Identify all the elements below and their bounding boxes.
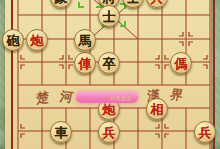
river-character: 楚 (36, 88, 50, 108)
piece-red-兵[interactable]: 兵 (194, 121, 216, 143)
river-character: 界 (168, 85, 185, 104)
star-point-marker (59, 55, 73, 69)
piece-red-炮[interactable]: 炮 (98, 98, 120, 120)
star-point-marker (155, 124, 169, 138)
star-point-marker (155, 55, 169, 69)
piece-black-馬[interactable]: 馬 (74, 29, 96, 51)
piece-red-俥[interactable]: 俥 (74, 52, 96, 74)
star-point-marker (21, 55, 25, 69)
piece-black-砲[interactable]: 砲 (2, 29, 24, 51)
star-point-marker (203, 55, 207, 69)
piece-red-相[interactable]: 相 (146, 98, 168, 120)
piece-black-卒[interactable]: 卒 (98, 52, 120, 74)
piece-black-士[interactable]: 士 (122, 0, 144, 8)
piece-black-車[interactable]: 車 (50, 121, 72, 143)
game-background: 楚河漢界 象將士兵士砲炮馬俥卒傌炮相車兵兵 残局挑战 (0, 0, 220, 149)
piece-red-炮[interactable]: 炮 (26, 29, 48, 51)
river-character: 河 (58, 88, 74, 107)
star-point-marker (21, 124, 25, 138)
piece-black-象[interactable]: 象 (50, 0, 72, 8)
piece-red-兵[interactable]: 兵 (98, 121, 120, 143)
piece-red-兵[interactable]: 兵 (146, 0, 168, 8)
star-point-marker (179, 32, 193, 46)
last-move-marker (79, 0, 101, 7)
piece-red-傌[interactable]: 傌 (170, 52, 192, 74)
xiangqi-board[interactable]: 楚河漢界 象將士兵士砲炮馬俥卒傌炮相車兵兵 (5, 0, 211, 149)
piece-black-士[interactable]: 士 (98, 5, 120, 27)
